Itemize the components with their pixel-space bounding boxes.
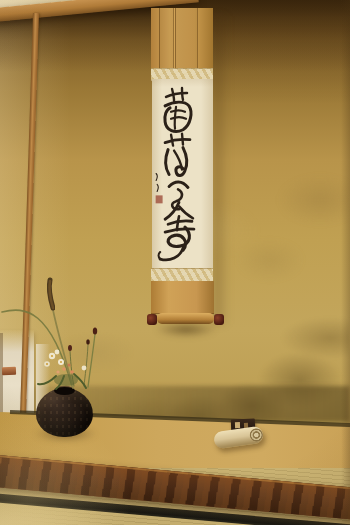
hanging-scroll: 菊花令人寿: [151, 6, 217, 342]
burnet-head: [93, 328, 97, 335]
tokonoma-photo: Japanese tea-room tokonoma alcove, warm …: [0, 0, 350, 525]
foliage-mass: [54, 374, 78, 386]
scroll-paper: [152, 79, 213, 268]
roller-shadow: [155, 324, 217, 337]
ikebana-arrangement: [0, 268, 140, 408]
calligraphy-text: 菊花令人寿: [151, 6, 152, 7]
roller-bar: [157, 313, 214, 324]
susuki-plume: [49, 280, 53, 308]
scroll-top-fabric: [151, 8, 213, 68]
red-seal: [156, 195, 163, 203]
burnet-head: [68, 345, 72, 351]
leaf: [38, 376, 56, 384]
calligraphy-svg: [152, 79, 213, 268]
futai-strip: [175, 8, 198, 71]
futai-strip: [159, 8, 174, 71]
roller-knob-left: [147, 314, 157, 325]
scroll-bottom-fabric: [151, 281, 214, 314]
artist-signature: [156, 174, 158, 192]
burnet-stem: [84, 345, 88, 386]
roller-knob-right: [214, 314, 224, 325]
burnet-head: [86, 339, 90, 345]
